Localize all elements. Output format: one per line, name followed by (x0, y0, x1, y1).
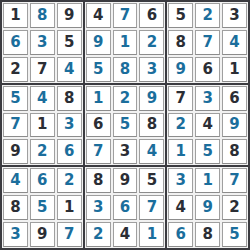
cell-r9c5[interactable]: 4 (113, 222, 138, 247)
cell-r7c7[interactable]: 3 (168, 168, 193, 193)
cell-r4c2[interactable]: 4 (30, 86, 55, 111)
cell-r1c4[interactable]: 4 (86, 3, 111, 28)
sudoku-box-7: 462851397 (2, 167, 83, 248)
cell-r4c3[interactable]: 8 (57, 86, 82, 111)
cell-r8c8[interactable]: 9 (195, 195, 220, 220)
cell-r8c3[interactable]: 1 (57, 195, 82, 220)
cell-r6c7[interactable]: 1 (168, 139, 193, 164)
cell-r6c2[interactable]: 2 (30, 139, 55, 164)
sudoku-box-3: 523874961 (167, 2, 248, 83)
cell-r2c3[interactable]: 5 (57, 30, 82, 55)
cell-r1c5[interactable]: 7 (113, 3, 138, 28)
cell-r5c8[interactable]: 4 (195, 113, 220, 138)
cell-r7c4[interactable]: 8 (86, 168, 111, 193)
cell-r8c5[interactable]: 6 (113, 195, 138, 220)
cell-r6c5[interactable]: 3 (113, 139, 138, 164)
cell-r8c1[interactable]: 8 (3, 195, 28, 220)
cell-r7c9[interactable]: 7 (222, 168, 247, 193)
cell-r5c2[interactable]: 1 (30, 113, 55, 138)
cell-r8c9[interactable]: 2 (222, 195, 247, 220)
cell-r6c4[interactable]: 7 (86, 139, 111, 164)
cell-r2c1[interactable]: 6 (3, 30, 28, 55)
cell-r1c8[interactable]: 2 (195, 3, 220, 28)
cell-r2c5[interactable]: 1 (113, 30, 138, 55)
cell-r9c4[interactable]: 2 (86, 222, 111, 247)
cell-r2c9[interactable]: 4 (222, 30, 247, 55)
cell-r9c6[interactable]: 1 (139, 222, 164, 247)
cell-r2c2[interactable]: 3 (30, 30, 55, 55)
cell-r3c8[interactable]: 6 (195, 57, 220, 82)
cell-r4c5[interactable]: 2 (113, 86, 138, 111)
cell-r3c3[interactable]: 4 (57, 57, 82, 82)
cell-r7c6[interactable]: 5 (139, 168, 164, 193)
cell-r3c4[interactable]: 5 (86, 57, 111, 82)
cell-r5c6[interactable]: 8 (139, 113, 164, 138)
cell-r3c2[interactable]: 7 (30, 57, 55, 82)
cell-r2c4[interactable]: 9 (86, 30, 111, 55)
cell-r5c9[interactable]: 9 (222, 113, 247, 138)
cell-r5c4[interactable]: 6 (86, 113, 111, 138)
cell-r5c7[interactable]: 2 (168, 113, 193, 138)
sudoku-box-8: 895367241 (85, 167, 166, 248)
cell-r1c1[interactable]: 1 (3, 3, 28, 28)
cell-r2c6[interactable]: 2 (139, 30, 164, 55)
sudoku-box-2: 476912583 (85, 2, 166, 83)
cell-r9c3[interactable]: 7 (57, 222, 82, 247)
cell-r8c7[interactable]: 4 (168, 195, 193, 220)
cell-r1c2[interactable]: 8 (30, 3, 55, 28)
cell-r6c1[interactable]: 9 (3, 139, 28, 164)
cell-r7c3[interactable]: 2 (57, 168, 82, 193)
cell-r4c4[interactable]: 1 (86, 86, 111, 111)
sudoku-box-9: 317492685 (167, 167, 248, 248)
cell-r5c5[interactable]: 5 (113, 113, 138, 138)
cell-r3c6[interactable]: 3 (139, 57, 164, 82)
cell-r6c9[interactable]: 8 (222, 139, 247, 164)
cell-r1c9[interactable]: 3 (222, 3, 247, 28)
cell-r9c9[interactable]: 5 (222, 222, 247, 247)
cell-r7c8[interactable]: 1 (195, 168, 220, 193)
cell-r3c7[interactable]: 9 (168, 57, 193, 82)
cell-r5c3[interactable]: 3 (57, 113, 82, 138)
cell-r7c2[interactable]: 6 (30, 168, 55, 193)
cell-r3c1[interactable]: 2 (3, 57, 28, 82)
sudoku-board: 1896352744769125835238749615487139261296… (0, 0, 250, 250)
cell-r1c6[interactable]: 6 (139, 3, 164, 28)
cell-r4c6[interactable]: 9 (139, 86, 164, 111)
cell-r6c8[interactable]: 5 (195, 139, 220, 164)
cell-r6c6[interactable]: 4 (139, 139, 164, 164)
cell-r1c7[interactable]: 5 (168, 3, 193, 28)
cell-r5c1[interactable]: 7 (3, 113, 28, 138)
cell-r9c1[interactable]: 3 (3, 222, 28, 247)
cell-r9c8[interactable]: 8 (195, 222, 220, 247)
cell-r3c5[interactable]: 8 (113, 57, 138, 82)
sudoku-box-1: 189635274 (2, 2, 83, 83)
sudoku-box-4: 548713926 (2, 85, 83, 166)
cell-r3c9[interactable]: 1 (222, 57, 247, 82)
cell-r6c3[interactable]: 6 (57, 139, 82, 164)
sudoku-box-6: 736249158 (167, 85, 248, 166)
cell-r8c6[interactable]: 7 (139, 195, 164, 220)
cell-r4c8[interactable]: 3 (195, 86, 220, 111)
cell-r8c2[interactable]: 5 (30, 195, 55, 220)
cell-r7c5[interactable]: 9 (113, 168, 138, 193)
cell-r2c7[interactable]: 8 (168, 30, 193, 55)
cell-r4c9[interactable]: 6 (222, 86, 247, 111)
cell-r4c7[interactable]: 7 (168, 86, 193, 111)
cell-r8c4[interactable]: 3 (86, 195, 111, 220)
cell-r7c1[interactable]: 4 (3, 168, 28, 193)
cell-r4c1[interactable]: 5 (3, 86, 28, 111)
cell-r2c8[interactable]: 7 (195, 30, 220, 55)
cell-r9c2[interactable]: 9 (30, 222, 55, 247)
cell-r9c7[interactable]: 6 (168, 222, 193, 247)
cell-r1c3[interactable]: 9 (57, 3, 82, 28)
sudoku-box-5: 129658734 (85, 85, 166, 166)
